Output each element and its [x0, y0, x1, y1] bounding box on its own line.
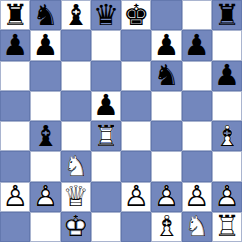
square-a8[interactable]: ♜	[0, 0, 30, 30]
black-rook[interactable]: ♜	[214, 1, 240, 30]
white-king-outline: ♔	[63, 212, 89, 241]
square-e1[interactable]	[121, 212, 151, 242]
white-pawn[interactable]: ♟♙	[2, 182, 28, 211]
white-rook[interactable]: ♜♖	[93, 122, 119, 151]
square-d5[interactable]: ♟	[91, 91, 121, 121]
square-d4[interactable]: ♜♖	[91, 121, 121, 151]
white-queen[interactable]: ♛♕	[63, 182, 89, 211]
white-bishop[interactable]: ♝♗	[153, 212, 179, 241]
white-knight-outline: ♘	[184, 212, 210, 241]
square-f7[interactable]: ♟	[151, 30, 181, 60]
square-b4[interactable]: ♝	[30, 121, 60, 151]
square-a5[interactable]	[0, 91, 30, 121]
square-c1[interactable]: ♚♔	[61, 212, 91, 242]
square-h8[interactable]: ♜	[212, 0, 242, 30]
square-g3[interactable]	[182, 151, 212, 181]
square-c6[interactable]	[61, 61, 91, 91]
square-f6[interactable]: ♞	[151, 61, 181, 91]
square-e8[interactable]: ♚	[121, 0, 151, 30]
white-bishop-outline: ♗	[153, 212, 179, 241]
square-g6[interactable]	[182, 61, 212, 91]
square-d7[interactable]	[91, 30, 121, 60]
square-a2[interactable]: ♟♙	[0, 182, 30, 212]
white-rook-outline: ♖	[214, 212, 240, 241]
square-b7[interactable]: ♟	[30, 30, 60, 60]
square-a3[interactable]	[0, 151, 30, 181]
square-c3[interactable]: ♞♘	[61, 151, 91, 181]
square-b6[interactable]	[30, 61, 60, 91]
square-g2[interactable]: ♟♙	[182, 182, 212, 212]
black-knight[interactable]: ♞	[153, 61, 179, 90]
black-pawn[interactable]: ♟	[153, 31, 179, 60]
square-h1[interactable]: ♜♖	[212, 212, 242, 242]
white-knight-outline: ♘	[63, 152, 89, 181]
square-d1[interactable]	[91, 212, 121, 242]
square-a6[interactable]	[0, 61, 30, 91]
white-bishop-outline: ♗	[214, 122, 240, 151]
square-c7[interactable]	[61, 30, 91, 60]
white-queen-outline: ♕	[63, 182, 89, 211]
square-c8[interactable]: ♝	[61, 0, 91, 30]
black-pawn[interactable]: ♟	[93, 91, 119, 120]
square-g8[interactable]	[182, 0, 212, 30]
white-bishop[interactable]: ♝♗	[214, 122, 240, 151]
black-knight[interactable]: ♞	[32, 1, 58, 30]
square-h2[interactable]: ♟♙	[212, 182, 242, 212]
white-knight[interactable]: ♞♘	[184, 212, 210, 241]
black-bishop[interactable]: ♝	[32, 122, 58, 151]
white-pawn-outline: ♙	[32, 182, 58, 211]
white-pawn-outline: ♙	[123, 182, 149, 211]
square-f2[interactable]: ♟♙	[151, 182, 181, 212]
black-pawn[interactable]: ♟	[32, 31, 58, 60]
white-rook[interactable]: ♜♖	[214, 212, 240, 241]
square-h5[interactable]	[212, 91, 242, 121]
white-pawn-outline: ♙	[153, 182, 179, 211]
square-h6[interactable]: ♟	[212, 61, 242, 91]
square-a7[interactable]: ♟	[0, 30, 30, 60]
square-e4[interactable]	[121, 121, 151, 151]
black-king[interactable]: ♚	[123, 1, 149, 30]
square-h4[interactable]: ♝♗	[212, 121, 242, 151]
square-g7[interactable]: ♟	[182, 30, 212, 60]
white-pawn[interactable]: ♟♙	[184, 182, 210, 211]
square-c4[interactable]	[61, 121, 91, 151]
square-b3[interactable]	[30, 151, 60, 181]
white-knight[interactable]: ♞♘	[63, 152, 89, 181]
square-c2[interactable]: ♛♕	[61, 182, 91, 212]
white-rook-outline: ♖	[93, 122, 119, 151]
square-a4[interactable]	[0, 121, 30, 151]
white-pawn[interactable]: ♟♙	[153, 182, 179, 211]
square-c5[interactable]	[61, 91, 91, 121]
white-pawn[interactable]: ♟♙	[32, 182, 58, 211]
square-f1[interactable]: ♝♗	[151, 212, 181, 242]
square-e5[interactable]	[121, 91, 151, 121]
white-king[interactable]: ♚♔	[63, 212, 89, 241]
square-d3[interactable]	[91, 151, 121, 181]
white-pawn-outline: ♙	[184, 182, 210, 211]
white-pawn-outline: ♙	[2, 182, 28, 211]
black-queen[interactable]: ♛	[93, 1, 119, 30]
square-e2[interactable]: ♟♙	[121, 182, 151, 212]
square-d8[interactable]: ♛	[91, 0, 121, 30]
square-a1[interactable]	[0, 212, 30, 242]
white-pawn-outline: ♙	[214, 182, 240, 211]
square-b5[interactable]	[30, 91, 60, 121]
square-g5[interactable]	[182, 91, 212, 121]
square-g4[interactable]	[182, 121, 212, 151]
black-rook[interactable]: ♜	[2, 1, 28, 30]
black-bishop[interactable]: ♝	[63, 1, 89, 30]
square-d2[interactable]	[91, 182, 121, 212]
black-pawn[interactable]: ♟	[214, 61, 240, 90]
square-f8[interactable]	[151, 0, 181, 30]
square-h7[interactable]	[212, 30, 242, 60]
square-h3[interactable]	[212, 151, 242, 181]
square-f4[interactable]	[151, 121, 181, 151]
black-pawn[interactable]: ♟	[2, 31, 28, 60]
square-f5[interactable]	[151, 91, 181, 121]
square-d6[interactable]	[91, 61, 121, 91]
square-b8[interactable]: ♞	[30, 0, 60, 30]
square-g1[interactable]: ♞♘	[182, 212, 212, 242]
white-pawn[interactable]: ♟♙	[123, 182, 149, 211]
black-pawn[interactable]: ♟	[184, 31, 210, 60]
square-e7[interactable]	[121, 30, 151, 60]
square-e3[interactable]	[121, 151, 151, 181]
square-e6[interactable]	[121, 61, 151, 91]
square-f3[interactable]	[151, 151, 181, 181]
chess-board: ♜♞♝♛♚♜♟♟♟♟♞♟♟♝♜♖♝♗♞♘♟♙♟♙♛♕♟♙♟♙♟♙♟♙♚♔♝♗♞♘…	[0, 0, 242, 242]
square-b1[interactable]	[30, 212, 60, 242]
white-pawn[interactable]: ♟♙	[214, 182, 240, 211]
square-b2[interactable]: ♟♙	[30, 182, 60, 212]
